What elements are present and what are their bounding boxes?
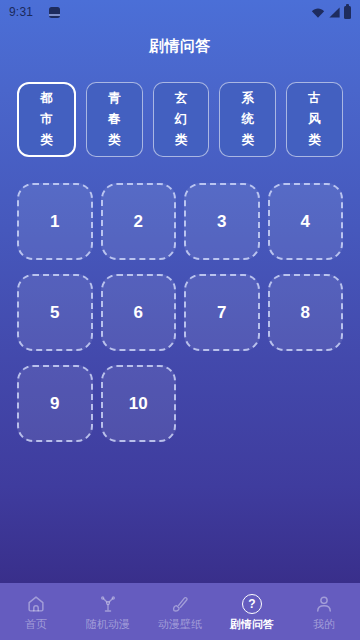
battery-icon — [344, 6, 351, 19]
story-quiz-screen: 9:31 剧情问答 都 市 类 青 春 类 玄 幻 — [0, 0, 360, 640]
level-button-1[interactable]: 1 — [17, 183, 93, 260]
chip-char: 幻 — [175, 109, 188, 130]
level-button-6[interactable]: 6 — [101, 274, 177, 351]
chip-char: 市 — [40, 109, 53, 130]
cellular-signal-icon — [328, 6, 341, 19]
question-circle-icon — [241, 593, 263, 615]
level-grid: 1 2 3 4 5 6 7 8 9 10 — [0, 183, 360, 442]
status-bar: 9:31 — [0, 0, 360, 24]
chip-char: 都 — [40, 88, 53, 109]
category-chip-ancient[interactable]: 古 风 类 — [286, 82, 343, 157]
screenshot-notification-icon — [49, 7, 60, 18]
home-icon — [25, 593, 47, 615]
category-chip-system[interactable]: 系 统 类 — [219, 82, 276, 157]
chip-char: 青 — [108, 88, 121, 109]
level-button-4[interactable]: 4 — [268, 183, 344, 260]
category-chip-youth[interactable]: 青 春 类 — [86, 82, 143, 157]
status-bar-right — [311, 6, 351, 19]
person-icon — [313, 593, 335, 615]
title-bar: 剧情问答 — [0, 24, 360, 68]
chip-char: 类 — [242, 130, 255, 151]
chip-char: 类 — [308, 130, 321, 151]
bottom-nav: 首页 随机动漫 动漫壁纸 — [0, 583, 360, 640]
level-button-9[interactable]: 9 — [17, 365, 93, 442]
pinwheel-icon — [97, 593, 119, 615]
category-chip-row: 都 市 类 青 春 类 玄 幻 类 系 统 类 古 风 类 — [0, 82, 360, 157]
nav-label: 剧情问答 — [230, 618, 274, 630]
nav-item-anime-wallpaper[interactable]: 动漫壁纸 — [144, 583, 216, 640]
nav-item-story-quiz[interactable]: 剧情问答 — [216, 583, 288, 640]
level-button-2[interactable]: 2 — [101, 183, 177, 260]
nav-item-mine[interactable]: 我的 — [288, 583, 360, 640]
chip-char: 系 — [242, 88, 255, 109]
chip-char: 春 — [108, 109, 121, 130]
level-button-3[interactable]: 3 — [184, 183, 260, 260]
chip-char: 类 — [40, 130, 53, 151]
nav-item-random-anime[interactable]: 随机动漫 — [72, 583, 144, 640]
chip-char: 古 — [308, 88, 321, 109]
nav-label: 动漫壁纸 — [158, 618, 202, 630]
level-button-8[interactable]: 8 — [268, 274, 344, 351]
nav-label: 首页 — [25, 618, 47, 630]
category-chip-fantasy[interactable]: 玄 幻 类 — [153, 82, 210, 157]
clock: 9:31 — [9, 5, 33, 19]
level-button-7[interactable]: 7 — [184, 274, 260, 351]
nav-label: 我的 — [313, 618, 335, 630]
chip-char: 类 — [108, 130, 121, 151]
page-title: 剧情问答 — [149, 37, 211, 56]
nav-label: 随机动漫 — [86, 618, 130, 630]
category-chip-urban[interactable]: 都 市 类 — [17, 82, 76, 157]
chip-char: 类 — [175, 130, 188, 151]
wifi-icon — [311, 6, 325, 19]
level-button-5[interactable]: 5 — [17, 274, 93, 351]
chip-char: 统 — [242, 109, 255, 130]
nav-item-home[interactable]: 首页 — [0, 583, 72, 640]
level-button-10[interactable]: 10 — [101, 365, 177, 442]
brush-icon — [169, 593, 191, 615]
chip-char: 风 — [308, 109, 321, 130]
chip-char: 玄 — [175, 88, 188, 109]
